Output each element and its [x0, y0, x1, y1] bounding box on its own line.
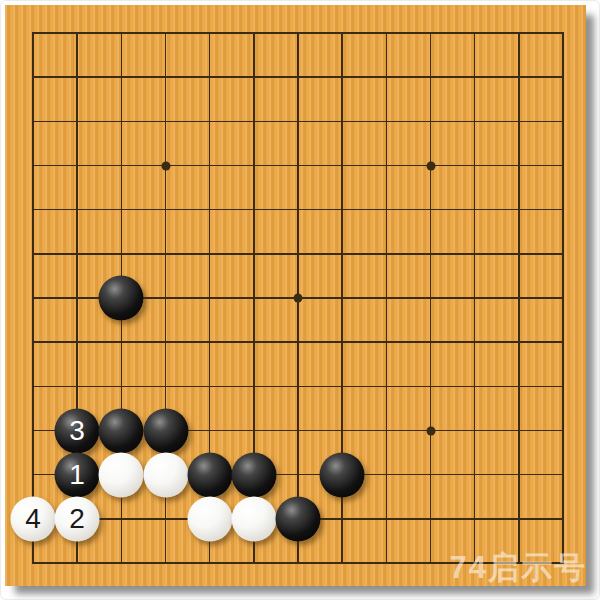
- white-stone: 4: [11, 496, 56, 541]
- grid-line-vertical: [474, 32, 476, 564]
- stone-move-number: 1: [69, 461, 85, 489]
- go-board: 3142: [5, 5, 586, 586]
- grid-line-horizontal: [32, 386, 564, 388]
- grid-line-vertical: [386, 32, 388, 564]
- star-point: [161, 161, 170, 170]
- star-point: [426, 161, 435, 170]
- black-stone: [276, 496, 321, 541]
- black-stone: [99, 408, 144, 453]
- grid-line-vertical: [562, 32, 564, 564]
- black-stone: [143, 408, 188, 453]
- stone-move-number: 3: [69, 417, 85, 445]
- go-diagram-root: 3142 74启示号: [0, 0, 600, 600]
- star-point: [426, 426, 435, 435]
- grid-line-horizontal: [32, 562, 564, 564]
- grid-line-vertical: [518, 32, 520, 564]
- black-stone: [231, 452, 276, 497]
- black-stone: [187, 452, 232, 497]
- black-stone: [320, 452, 365, 497]
- white-stone: 2: [55, 496, 100, 541]
- white-stone: [231, 496, 276, 541]
- grid-line-vertical: [430, 32, 432, 564]
- stone-move-number: 2: [69, 505, 85, 533]
- black-stone: [99, 276, 144, 321]
- black-stone: 1: [55, 452, 100, 497]
- black-stone: 3: [55, 408, 100, 453]
- star-point: [294, 294, 303, 303]
- white-stone: [187, 496, 232, 541]
- grid-line-horizontal: [32, 341, 564, 343]
- stone-move-number: 4: [25, 505, 41, 533]
- white-stone: [143, 452, 188, 497]
- white-stone: [99, 452, 144, 497]
